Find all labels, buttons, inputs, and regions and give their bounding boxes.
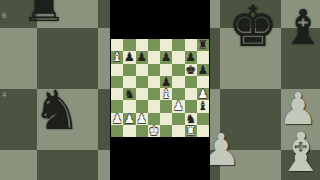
square-b6[interactable]: [123, 64, 135, 76]
square-f2[interactable]: [172, 113, 184, 125]
square-h8[interactable]: ♜: [197, 39, 209, 51]
square-h7[interactable]: [197, 51, 209, 63]
square-f7[interactable]: [172, 51, 184, 63]
square-a2[interactable]: ♟: [111, 113, 123, 125]
square-d2[interactable]: [148, 113, 160, 125]
square-f3[interactable]: ♟: [172, 100, 184, 112]
white-pawn-piece[interactable]: ♟: [197, 88, 208, 100]
video-letterbox: ♜♝♟♟♟♟♚♟♟♞♝♟♟♝♟♟♟♞♚♜: [110, 0, 210, 180]
black-knight-piece[interactable]: ♞: [185, 113, 196, 125]
square-c4[interactable]: [136, 88, 148, 100]
square-a5[interactable]: [111, 76, 123, 88]
background-square: [37, 150, 98, 180]
square-b3[interactable]: [123, 100, 135, 112]
square-g6[interactable]: ♚: [185, 64, 197, 76]
white-rook-piece[interactable]: ♜: [185, 125, 196, 137]
black-pawn-piece[interactable]: ♟: [197, 64, 208, 76]
square-f5[interactable]: [172, 76, 184, 88]
square-b1[interactable]: [123, 125, 135, 137]
square-d7[interactable]: [148, 51, 160, 63]
square-f8[interactable]: [172, 39, 184, 51]
white-pawn-piece[interactable]: ♟: [112, 113, 123, 125]
square-h2[interactable]: [197, 113, 209, 125]
white-king-piece[interactable]: ♚: [148, 125, 159, 137]
square-e6[interactable]: [160, 64, 172, 76]
square-d6[interactable]: [148, 64, 160, 76]
background-piece-bB: ♝: [281, 3, 320, 51]
square-a3[interactable]: [111, 100, 123, 112]
square-h3[interactable]: ♝: [197, 100, 209, 112]
square-a7[interactable]: ♝: [111, 51, 123, 63]
square-c5[interactable]: [136, 76, 148, 88]
square-c3[interactable]: [136, 100, 148, 112]
black-king-piece[interactable]: ♚: [185, 64, 196, 76]
black-pawn-piece[interactable]: ♟: [161, 51, 172, 63]
square-a1[interactable]: [111, 125, 123, 137]
background-piece-wB: ♝: [277, 126, 320, 180]
square-g5[interactable]: [185, 76, 197, 88]
white-pawn-piece[interactable]: ♟: [136, 113, 147, 125]
square-e3[interactable]: [160, 100, 172, 112]
square-b4[interactable]: ♞: [123, 88, 135, 100]
square-c7[interactable]: ♟: [136, 51, 148, 63]
square-d3[interactable]: [148, 100, 160, 112]
black-bishop-piece[interactable]: ♝: [197, 100, 208, 112]
square-d5[interactable]: [148, 76, 160, 88]
square-d4[interactable]: [148, 88, 160, 100]
square-a6[interactable]: [111, 64, 123, 76]
square-c1[interactable]: [136, 125, 148, 137]
background-piece-bR: ♜: [21, 0, 68, 29]
square-g1[interactable]: ♜: [185, 125, 197, 137]
chess-board[interactable]: ♜♝♟♟♟♟♚♟♟♞♝♟♟♝♟♟♟♞♚♜: [111, 39, 209, 137]
square-g2[interactable]: ♞: [185, 113, 197, 125]
white-pawn-piece[interactable]: ♟: [173, 100, 184, 112]
square-h1[interactable]: [197, 125, 209, 137]
white-bishop-piece[interactable]: ♝: [161, 88, 172, 100]
black-pawn-piece[interactable]: ♟: [185, 51, 196, 63]
square-e1[interactable]: [160, 125, 172, 137]
square-e7[interactable]: ♟: [160, 51, 172, 63]
black-pawn-piece[interactable]: ♟: [161, 76, 172, 88]
square-e2[interactable]: [160, 113, 172, 125]
square-d1[interactable]: ♚: [148, 125, 160, 137]
square-h6[interactable]: ♟: [197, 64, 209, 76]
black-pawn-piece[interactable]: ♟: [124, 51, 135, 63]
background-square: [0, 150, 37, 180]
black-rook-piece[interactable]: ♜: [197, 39, 208, 51]
video-frame: 64♜♞♚♝♟♟♝ ♜♝♟♟♟♟♚♟♟♞♝♟♟♝♟♟♟♞♚♜: [0, 0, 320, 180]
square-g7[interactable]: ♟: [185, 51, 197, 63]
background-piece-bN: ♞: [33, 84, 81, 138]
square-d8[interactable]: [148, 39, 160, 51]
background-rank-label: 6: [2, 12, 6, 20]
black-knight-piece[interactable]: ♞: [124, 88, 135, 100]
square-a4[interactable]: [111, 88, 123, 100]
square-c2[interactable]: ♟: [136, 113, 148, 125]
square-c6[interactable]: [136, 64, 148, 76]
square-b2[interactable]: ♟: [123, 113, 135, 125]
square-f1[interactable]: [172, 125, 184, 137]
square-f6[interactable]: [172, 64, 184, 76]
background-piece-bK: ♚: [228, 0, 278, 55]
square-b7[interactable]: ♟: [123, 51, 135, 63]
white-pawn-piece[interactable]: ♟: [124, 113, 135, 125]
background-rank-label: 4: [2, 91, 6, 99]
square-g4[interactable]: [185, 88, 197, 100]
square-e4[interactable]: ♝: [160, 88, 172, 100]
square-g3[interactable]: [185, 100, 197, 112]
background-square: [0, 28, 37, 89]
white-bishop-piece[interactable]: ♝: [112, 51, 123, 63]
black-pawn-piece[interactable]: ♟: [136, 51, 147, 63]
